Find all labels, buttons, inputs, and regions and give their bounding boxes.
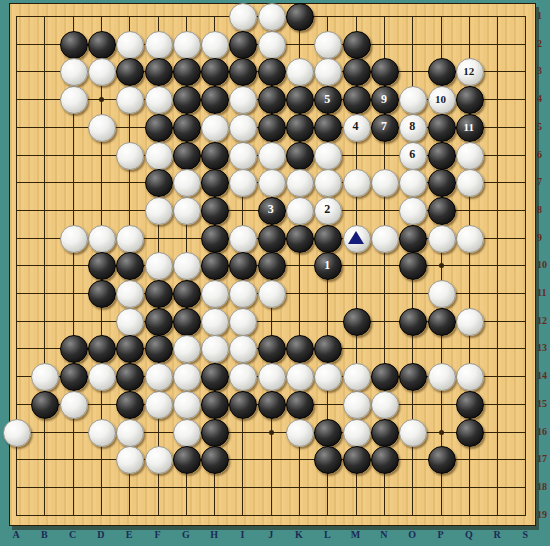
- go-stone-black[interactable]: [201, 363, 229, 391]
- go-stone-white[interactable]: [286, 419, 314, 447]
- column-label: D: [91, 529, 111, 540]
- go-stone-black[interactable]: [258, 391, 286, 419]
- go-stone-black[interactable]: [258, 252, 286, 280]
- go-stone-black[interactable]: [201, 391, 229, 419]
- go-stone-white[interactable]: [258, 31, 286, 59]
- go-stone-black[interactable]: [428, 169, 456, 197]
- go-stone-black[interactable]: [371, 363, 399, 391]
- go-stone-white[interactable]: [201, 280, 229, 308]
- column-label: N: [374, 529, 394, 540]
- go-stone-black[interactable]: [399, 308, 427, 336]
- go-stone-black[interactable]: [343, 308, 371, 336]
- go-stone-white[interactable]: [286, 363, 314, 391]
- go-stone-black[interactable]: [286, 3, 314, 31]
- go-stone-white[interactable]: [88, 363, 116, 391]
- go-stone-white[interactable]: [201, 31, 229, 59]
- go-stone-white[interactable]: [145, 142, 173, 170]
- go-stone-white[interactable]: [145, 31, 173, 59]
- go-stone-white[interactable]: [286, 169, 314, 197]
- row-label: 1: [537, 10, 550, 21]
- go-stone-black[interactable]: [428, 446, 456, 474]
- go-stone-black[interactable]: [201, 419, 229, 447]
- go-stone-white[interactable]: [343, 225, 371, 253]
- row-label: 19: [537, 509, 550, 520]
- go-stone-white[interactable]: [116, 280, 144, 308]
- row-label: 11: [537, 287, 550, 298]
- go-stone-white[interactable]: [428, 225, 456, 253]
- row-label: 12: [537, 315, 550, 326]
- go-stone-black[interactable]: [286, 114, 314, 142]
- go-stone-black[interactable]: [258, 86, 286, 114]
- column-label: B: [34, 529, 54, 540]
- go-stone-black[interactable]: [343, 58, 371, 86]
- go-stone-white[interactable]: [229, 225, 257, 253]
- go-stone-white[interactable]: [456, 363, 484, 391]
- go-stone-black[interactable]: [371, 446, 399, 474]
- row-label: 2: [537, 38, 550, 49]
- row-label: 18: [537, 481, 550, 492]
- go-stone-black[interactable]: [60, 31, 88, 59]
- column-label: S: [515, 529, 535, 540]
- go-stone-white[interactable]: [145, 252, 173, 280]
- go-stone-white[interactable]: [314, 31, 342, 59]
- go-stone-black[interactable]: [88, 252, 116, 280]
- row-label: 8: [537, 204, 550, 215]
- row-label: 10: [537, 259, 550, 270]
- go-stone-white[interactable]: [258, 3, 286, 31]
- column-label: G: [176, 529, 196, 540]
- go-stone-black[interactable]: [286, 142, 314, 170]
- go-stone-black[interactable]: [456, 391, 484, 419]
- grid-line-vertical: [525, 16, 526, 516]
- go-stone-black[interactable]: [173, 446, 201, 474]
- go-stone-white[interactable]: [428, 86, 456, 114]
- row-label: 13: [537, 342, 550, 353]
- go-stone-black[interactable]: [145, 114, 173, 142]
- grid-line-horizontal: [16, 487, 526, 488]
- go-stone-white[interactable]: [88, 419, 116, 447]
- go-stone-black[interactable]: [286, 391, 314, 419]
- go-stone-black[interactable]: [173, 308, 201, 336]
- go-stone-white[interactable]: [173, 252, 201, 280]
- go-stone-white[interactable]: [201, 308, 229, 336]
- go-stone-black[interactable]: [428, 308, 456, 336]
- column-label: I: [232, 529, 252, 540]
- go-stone-white[interactable]: [286, 197, 314, 225]
- column-label: C: [63, 529, 83, 540]
- go-stone-black[interactable]: [145, 58, 173, 86]
- row-label: 9: [537, 232, 550, 243]
- go-stone-black[interactable]: [258, 197, 286, 225]
- row-label: 17: [537, 453, 550, 464]
- go-stone-black[interactable]: [314, 114, 342, 142]
- go-stone-white[interactable]: [343, 169, 371, 197]
- go-stone-white[interactable]: [399, 114, 427, 142]
- go-stone-black[interactable]: [60, 363, 88, 391]
- go-stone-black[interactable]: [201, 142, 229, 170]
- go-stone-white[interactable]: [173, 363, 201, 391]
- go-stone-black[interactable]: [173, 58, 201, 86]
- star-point: [439, 430, 444, 435]
- row-label: 7: [537, 176, 550, 187]
- go-stone-white[interactable]: [229, 142, 257, 170]
- go-stone-black[interactable]: [456, 114, 484, 142]
- grid-line-horizontal: [16, 515, 526, 516]
- go-stone-white[interactable]: [399, 419, 427, 447]
- go-stone-black[interactable]: [173, 114, 201, 142]
- go-stone-white[interactable]: [88, 114, 116, 142]
- go-stone-black[interactable]: [428, 58, 456, 86]
- go-stone-white[interactable]: [60, 225, 88, 253]
- column-label: F: [148, 529, 168, 540]
- go-stone-white[interactable]: [116, 225, 144, 253]
- go-stone-black[interactable]: [201, 197, 229, 225]
- go-stone-white[interactable]: [399, 142, 427, 170]
- go-stone-black[interactable]: [343, 31, 371, 59]
- column-label: O: [402, 529, 422, 540]
- go-stone-white[interactable]: [343, 363, 371, 391]
- column-label: J: [261, 529, 281, 540]
- go-stone-white[interactable]: [314, 142, 342, 170]
- go-stone-white[interactable]: [116, 308, 144, 336]
- column-label: M: [346, 529, 366, 540]
- go-stone-white[interactable]: [173, 391, 201, 419]
- go-stone-black[interactable]: [258, 335, 286, 363]
- go-stone-white[interactable]: [258, 169, 286, 197]
- star-point: [439, 263, 444, 268]
- go-stone-black[interactable]: [60, 335, 88, 363]
- go-stone-white[interactable]: [456, 142, 484, 170]
- go-stone-black[interactable]: [371, 419, 399, 447]
- column-label: P: [431, 529, 451, 540]
- go-stone-white[interactable]: [343, 419, 371, 447]
- go-stone-white[interactable]: [371, 169, 399, 197]
- go-stone-black[interactable]: [456, 419, 484, 447]
- grid-line-vertical: [497, 16, 498, 516]
- go-stone-black[interactable]: [456, 86, 484, 114]
- go-stone-white[interactable]: [145, 391, 173, 419]
- go-stone-black[interactable]: [173, 142, 201, 170]
- row-label: 5: [537, 121, 550, 132]
- go-stone-white[interactable]: [428, 363, 456, 391]
- go-stone-black[interactable]: [258, 58, 286, 86]
- row-label: 16: [537, 426, 550, 437]
- go-stone-white[interactable]: [173, 169, 201, 197]
- go-stone-white[interactable]: [258, 280, 286, 308]
- go-stone-white[interactable]: [229, 114, 257, 142]
- go-board-app: 123456789101112ABCDEFGHIJKLMNOPQRS123456…: [0, 0, 550, 546]
- go-stone-white[interactable]: [145, 446, 173, 474]
- go-stone-black[interactable]: [371, 114, 399, 142]
- column-label: K: [289, 529, 309, 540]
- go-stone-black[interactable]: [286, 86, 314, 114]
- go-stone-white[interactable]: [173, 419, 201, 447]
- go-stone-white[interactable]: [371, 391, 399, 419]
- go-stone-white[interactable]: [145, 86, 173, 114]
- go-stone-black[interactable]: [286, 225, 314, 253]
- go-stone-white[interactable]: [229, 308, 257, 336]
- go-stone-white[interactable]: [116, 419, 144, 447]
- go-stone-white[interactable]: [258, 142, 286, 170]
- go-stone-white[interactable]: [343, 391, 371, 419]
- column-label: H: [204, 529, 224, 540]
- go-stone-white[interactable]: [173, 197, 201, 225]
- go-stone-black[interactable]: [343, 446, 371, 474]
- column-label: R: [487, 529, 507, 540]
- go-stone-white[interactable]: [428, 280, 456, 308]
- go-stone-black[interactable]: [201, 225, 229, 253]
- go-stone-white[interactable]: [116, 31, 144, 59]
- go-stone-black[interactable]: [314, 419, 342, 447]
- go-stone-black[interactable]: [173, 280, 201, 308]
- go-stone-black[interactable]: [258, 225, 286, 253]
- go-stone-black[interactable]: [88, 280, 116, 308]
- go-stone-black[interactable]: [343, 86, 371, 114]
- go-stone-black[interactable]: [145, 335, 173, 363]
- star-point: [99, 97, 104, 102]
- go-stone-white[interactable]: [314, 197, 342, 225]
- go-stone-black[interactable]: [229, 31, 257, 59]
- go-stone-black[interactable]: [31, 391, 59, 419]
- go-stone-black[interactable]: [116, 391, 144, 419]
- go-stone-black[interactable]: [173, 86, 201, 114]
- go-stone-white[interactable]: [456, 58, 484, 86]
- column-label: L: [317, 529, 337, 540]
- go-stone-white[interactable]: [60, 58, 88, 86]
- go-stone-white[interactable]: [145, 363, 173, 391]
- go-stone-black[interactable]: [88, 31, 116, 59]
- go-stone-white[interactable]: [456, 169, 484, 197]
- go-stone-black[interactable]: [145, 308, 173, 336]
- go-stone-black[interactable]: [428, 197, 456, 225]
- go-stone-white[interactable]: [88, 225, 116, 253]
- go-stone-black[interactable]: [371, 86, 399, 114]
- row-label: 14: [537, 370, 550, 381]
- star-point: [269, 430, 274, 435]
- go-stone-white[interactable]: [343, 114, 371, 142]
- column-label: Q: [459, 529, 479, 540]
- go-stone-white[interactable]: [60, 86, 88, 114]
- go-stone-black[interactable]: [145, 280, 173, 308]
- go-stone-black[interactable]: [229, 391, 257, 419]
- row-label: 15: [537, 398, 550, 409]
- column-label: A: [6, 529, 26, 540]
- go-stone-black[interactable]: [399, 225, 427, 253]
- column-label: E: [119, 529, 139, 540]
- go-stone-white[interactable]: [60, 391, 88, 419]
- go-stone-black[interactable]: [201, 86, 229, 114]
- row-label: 4: [537, 93, 550, 104]
- go-stone-white[interactable]: [201, 114, 229, 142]
- go-stone-white[interactable]: [145, 197, 173, 225]
- go-stone-white[interactable]: [173, 31, 201, 59]
- go-stone-black[interactable]: [145, 169, 173, 197]
- go-stone-white[interactable]: [456, 308, 484, 336]
- go-stone-white[interactable]: [3, 419, 31, 447]
- go-stone-black[interactable]: [258, 114, 286, 142]
- go-stone-black[interactable]: [428, 142, 456, 170]
- go-stone-black[interactable]: [314, 225, 342, 253]
- go-stone-white[interactable]: [456, 225, 484, 253]
- go-stone-black[interactable]: [428, 114, 456, 142]
- go-stone-white[interactable]: [399, 197, 427, 225]
- go-stone-white[interactable]: [173, 335, 201, 363]
- row-label: 3: [537, 65, 550, 76]
- go-stone-white[interactable]: [371, 225, 399, 253]
- go-stone-white[interactable]: [258, 363, 286, 391]
- row-label: 6: [537, 149, 550, 160]
- go-stone-white[interactable]: [116, 142, 144, 170]
